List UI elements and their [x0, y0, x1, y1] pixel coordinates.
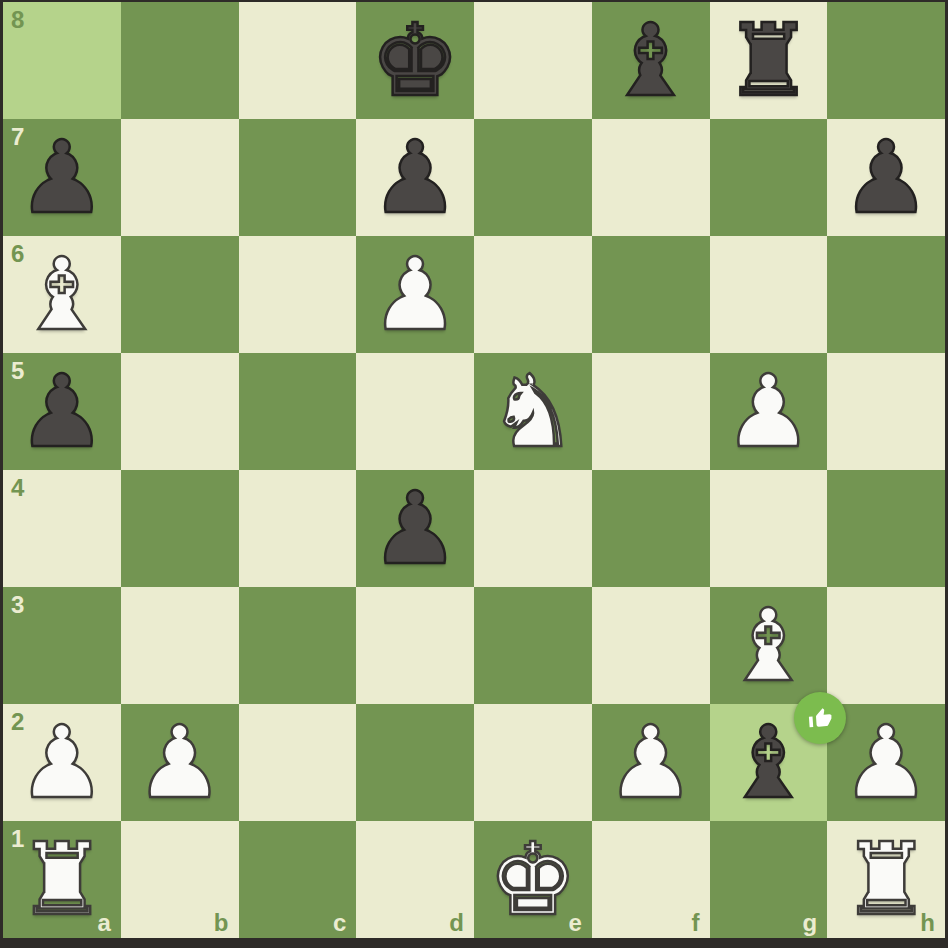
piece-white-pawn[interactable]: ♟: [3, 704, 121, 821]
square-d4[interactable]: ♟: [356, 470, 474, 587]
file-label-c: c: [333, 911, 346, 935]
square-e7[interactable]: [474, 119, 592, 236]
square-a5[interactable]: 5♟: [3, 353, 121, 470]
piece-white-pawn[interactable]: ♟: [592, 704, 710, 821]
piece-white-rook[interactable]: ♜: [3, 821, 121, 938]
square-b7[interactable]: [121, 119, 239, 236]
file-label-f: f: [692, 911, 700, 935]
square-g3[interactable]: ♝: [710, 587, 828, 704]
square-h7[interactable]: ♟: [827, 119, 945, 236]
square-c6[interactable]: [239, 236, 357, 353]
square-g7[interactable]: [710, 119, 828, 236]
square-e1[interactable]: e♚: [474, 821, 592, 938]
square-a8[interactable]: 8: [3, 2, 121, 119]
rank-label-8: 8: [11, 8, 24, 32]
square-h6[interactable]: [827, 236, 945, 353]
square-f3[interactable]: [592, 587, 710, 704]
square-g8[interactable]: ♜: [710, 2, 828, 119]
piece-black-king[interactable]: ♚: [356, 2, 474, 119]
square-f5[interactable]: [592, 353, 710, 470]
square-f4[interactable]: [592, 470, 710, 587]
rank-label-3: 3: [11, 593, 24, 617]
square-a6[interactable]: 6♝: [3, 236, 121, 353]
square-g1[interactable]: g: [710, 821, 828, 938]
square-d8[interactable]: ♚: [356, 2, 474, 119]
rank-label-4: 4: [11, 476, 24, 500]
square-g5[interactable]: ♟: [710, 353, 828, 470]
square-b1[interactable]: b: [121, 821, 239, 938]
piece-black-bishop[interactable]: ♝: [592, 2, 710, 119]
piece-black-rook[interactable]: ♜: [710, 2, 828, 119]
square-d2[interactable]: [356, 704, 474, 821]
square-h8[interactable]: [827, 2, 945, 119]
square-e3[interactable]: [474, 587, 592, 704]
square-c1[interactable]: c: [239, 821, 357, 938]
file-label-b: b: [214, 911, 229, 935]
square-c2[interactable]: [239, 704, 357, 821]
good-move-badge: [794, 692, 846, 744]
square-c4[interactable]: [239, 470, 357, 587]
square-e6[interactable]: [474, 236, 592, 353]
square-c3[interactable]: [239, 587, 357, 704]
piece-black-pawn[interactable]: ♟: [356, 470, 474, 587]
board-frame: 8♚♝♜7♟♟♟6♝♟5♟♞♟4♟3♝2♟♟♟♝♟1a♜bcde♚fgh♜: [0, 0, 948, 948]
square-a4[interactable]: 4: [3, 470, 121, 587]
square-c5[interactable]: [239, 353, 357, 470]
square-g6[interactable]: [710, 236, 828, 353]
square-c8[interactable]: [239, 2, 357, 119]
square-b8[interactable]: [121, 2, 239, 119]
square-e8[interactable]: [474, 2, 592, 119]
square-h3[interactable]: [827, 587, 945, 704]
piece-white-bishop[interactable]: ♝: [3, 236, 121, 353]
square-d1[interactable]: d: [356, 821, 474, 938]
square-a7[interactable]: 7♟: [3, 119, 121, 236]
piece-black-pawn[interactable]: ♟: [356, 119, 474, 236]
square-f7[interactable]: [592, 119, 710, 236]
square-g4[interactable]: [710, 470, 828, 587]
piece-white-pawn[interactable]: ♟: [710, 353, 828, 470]
square-h5[interactable]: [827, 353, 945, 470]
piece-black-pawn[interactable]: ♟: [3, 353, 121, 470]
piece-white-rook[interactable]: ♜: [827, 821, 945, 938]
square-d6[interactable]: ♟: [356, 236, 474, 353]
square-f8[interactable]: ♝: [592, 2, 710, 119]
square-b2[interactable]: ♟: [121, 704, 239, 821]
square-e2[interactable]: [474, 704, 592, 821]
square-d7[interactable]: ♟: [356, 119, 474, 236]
piece-white-pawn[interactable]: ♟: [121, 704, 239, 821]
square-f1[interactable]: f: [592, 821, 710, 938]
square-h1[interactable]: h♜: [827, 821, 945, 938]
square-b3[interactable]: [121, 587, 239, 704]
piece-black-pawn[interactable]: ♟: [827, 119, 945, 236]
file-label-d: d: [449, 911, 464, 935]
square-d3[interactable]: [356, 587, 474, 704]
square-a2[interactable]: 2♟: [3, 704, 121, 821]
piece-black-pawn[interactable]: ♟: [3, 119, 121, 236]
square-f2[interactable]: ♟: [592, 704, 710, 821]
file-label-g: g: [803, 911, 818, 935]
square-e4[interactable]: [474, 470, 592, 587]
square-c7[interactable]: [239, 119, 357, 236]
piece-white-knight[interactable]: ♞: [474, 353, 592, 470]
square-f6[interactable]: [592, 236, 710, 353]
thumbs-up-icon: [805, 703, 835, 733]
square-a1[interactable]: 1a♜: [3, 821, 121, 938]
square-a3[interactable]: 3: [3, 587, 121, 704]
piece-white-king[interactable]: ♚: [474, 821, 592, 938]
square-b5[interactable]: [121, 353, 239, 470]
chess-board: 8♚♝♜7♟♟♟6♝♟5♟♞♟4♟3♝2♟♟♟♝♟1a♜bcde♚fgh♜: [3, 2, 945, 938]
square-b4[interactable]: [121, 470, 239, 587]
square-d5[interactable]: [356, 353, 474, 470]
square-h4[interactable]: [827, 470, 945, 587]
square-b6[interactable]: [121, 236, 239, 353]
square-e5[interactable]: ♞: [474, 353, 592, 470]
piece-white-pawn[interactable]: ♟: [356, 236, 474, 353]
piece-white-bishop[interactable]: ♝: [710, 587, 828, 704]
